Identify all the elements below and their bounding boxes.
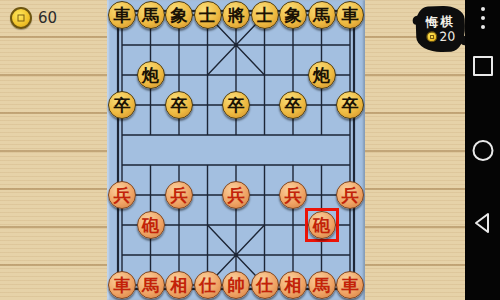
piece-red-advisor[interactable]: 仕 [251, 271, 279, 299]
piece-red-elephant[interactable]: 相 [279, 271, 307, 299]
back-triangle-icon[interactable] [474, 212, 492, 234]
piece-red-soldier[interactable]: 兵 [336, 181, 364, 209]
piece-red-soldier[interactable]: 兵 [108, 181, 136, 209]
piece-black-elephant[interactable]: 象 [279, 1, 307, 29]
piece-red-chariot[interactable]: 車 [108, 271, 136, 299]
piece-black-advisor[interactable]: 士 [251, 1, 279, 29]
piece-black-soldier[interactable]: 卒 [165, 91, 193, 119]
piece-black-elephant[interactable]: 象 [165, 1, 193, 29]
piece-red-elephant[interactable]: 相 [165, 271, 193, 299]
home-circle-icon[interactable] [472, 140, 493, 161]
piece-black-soldier[interactable]: 卒 [222, 91, 250, 119]
piece-red-chariot[interactable]: 車 [336, 271, 364, 299]
piece-black-horse[interactable]: 馬 [137, 1, 165, 29]
undo-button-label: 悔棋 [425, 13, 455, 30]
piece-black-cannon[interactable]: 炮 [308, 61, 336, 89]
piece-red-cannon[interactable]: 砲 [137, 211, 165, 239]
piece-black-general[interactable]: 將 [222, 1, 250, 29]
piece-black-soldier[interactable]: 卒 [336, 91, 364, 119]
undo-button[interactable]: 悔棋 20 [415, 5, 466, 53]
piece-red-soldier[interactable]: 兵 [222, 181, 250, 209]
undo-cost-value: 20 [439, 29, 455, 45]
coin-count: 60 [38, 9, 57, 27]
piece-red-horse[interactable]: 馬 [308, 271, 336, 299]
piece-black-horse[interactable]: 馬 [308, 1, 336, 29]
app-screen: 60 車馬象士將士象馬車炮炮卒卒卒卒卒兵兵兵兵兵砲砲車馬相仕帥仕相馬車 [0, 0, 500, 300]
piece-red-cannon[interactable]: 砲 [308, 211, 336, 239]
piece-black-soldier[interactable]: 卒 [279, 91, 307, 119]
coin-icon [426, 31, 437, 42]
piece-black-chariot[interactable]: 車 [336, 1, 364, 29]
overflow-menu-icon[interactable] [481, 7, 485, 29]
xiangqi-board[interactable]: 車馬象士將士象馬車炮炮卒卒卒卒卒兵兵兵兵兵砲砲車馬相仕帥仕相馬車 [107, 0, 365, 300]
piece-red-general[interactable]: 帥 [222, 271, 250, 299]
coin-counter: 60 [10, 7, 57, 29]
piece-red-horse[interactable]: 馬 [137, 271, 165, 299]
piece-black-soldier[interactable]: 卒 [108, 91, 136, 119]
piece-black-cannon[interactable]: 炮 [137, 61, 165, 89]
piece-red-soldier[interactable]: 兵 [165, 181, 193, 209]
piece-red-soldier[interactable]: 兵 [279, 181, 307, 209]
coin-icon [10, 7, 32, 29]
android-nav-bar [465, 0, 500, 300]
recents-square-icon[interactable] [473, 56, 493, 76]
piece-grid: 車馬象士將士象馬車炮炮卒卒卒卒卒兵兵兵兵兵砲砲車馬相仕帥仕相馬車 [108, 0, 365, 300]
piece-red-advisor[interactable]: 仕 [194, 271, 222, 299]
piece-black-chariot[interactable]: 車 [108, 1, 136, 29]
undo-cost: 20 [426, 29, 455, 45]
piece-black-advisor[interactable]: 士 [194, 1, 222, 29]
